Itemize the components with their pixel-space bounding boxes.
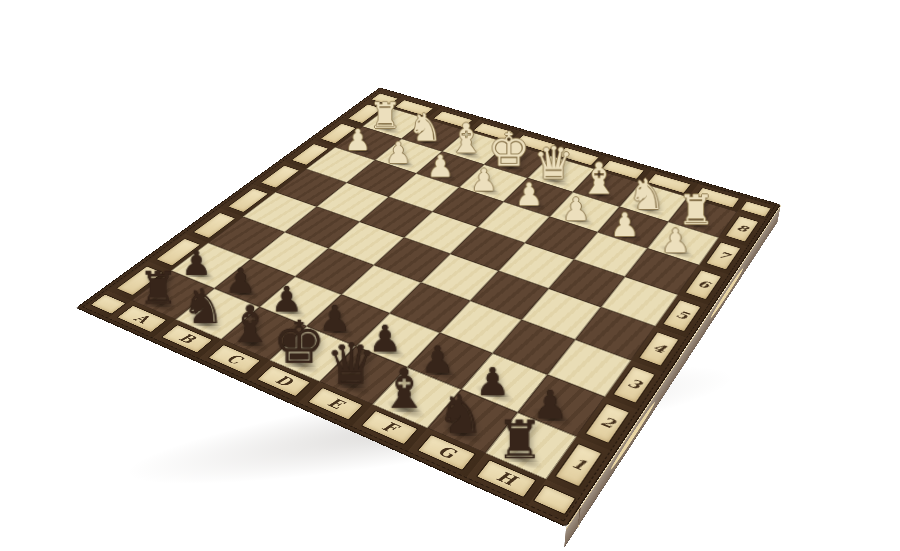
piece-dark-pawn[interactable]: ♟ [181,247,211,279]
piece-light-pawn[interactable]: ♟ [610,210,639,241]
piece-light-rook[interactable]: ♜ [369,100,401,134]
corner-inlay-tile [90,294,127,315]
piece-dark-knight[interactable]: ♞ [436,390,484,441]
piece-dark-bishop[interactable]: ♝ [227,301,273,350]
piece-light-pawn[interactable]: ♟ [660,225,690,256]
piece-dark-rook[interactable]: ♜ [138,268,178,310]
piece-light-pawn[interactable]: ♟ [470,166,497,195]
piece-light-pawn[interactable]: ♟ [515,180,543,210]
piece-light-pawn[interactable]: ♟ [345,127,371,155]
piece-dark-knight[interactable]: ♞ [181,284,224,329]
rank-label-text: 6 [684,270,722,301]
piece-dark-pawn[interactable]: ♟ [225,265,256,298]
rank-label-text: 5 [662,300,702,333]
piece-light-pawn[interactable]: ♟ [427,152,454,181]
piece-dark-bishop[interactable]: ♝ [379,364,428,416]
piece-light-knight[interactable]: ♞ [407,110,441,146]
square-g7[interactable]: ♟ [598,207,669,249]
border-corner-panel [528,480,580,521]
piece-dark-queen[interactable]: ♛ [325,339,376,393]
file-label-text: B [161,324,214,354]
square-g4[interactable] [522,289,601,340]
piece-light-pawn[interactable]: ♟ [385,139,411,167]
piece-dark-rook[interactable]: ♜ [495,416,542,466]
rank-label-text: 8 [725,216,760,243]
rank-label-text: 7 [705,242,741,271]
file-label-text: C [207,344,261,375]
piece-light-pawn[interactable]: ♟ [561,194,589,224]
piece-dark-king[interactable]: ♚ [273,315,326,371]
chess-set-photo: ♜♞♝♚♛♝♞♜8♟♟♟♟♟♟♟♟76543♟♟♟♟♟♟♟♟2♜♞♝♚♛♝♞♜1… [0,0,900,551]
